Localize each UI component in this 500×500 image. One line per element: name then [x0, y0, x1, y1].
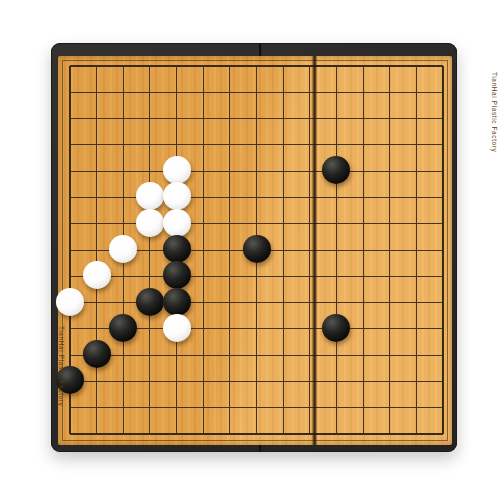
- grid-vline: [442, 66, 444, 434]
- grid-vline: [363, 66, 364, 434]
- black-stone: [322, 314, 350, 342]
- black-stone: [243, 235, 271, 263]
- brand-text-right: TianHai Plastic Factory: [491, 72, 498, 152]
- grid-vline: [416, 66, 417, 434]
- black-stone: [163, 287, 191, 315]
- brand-text-left: TianHai Plastic Factory: [58, 326, 65, 406]
- hinge-seam-top: [259, 43, 262, 56]
- grid-hline: [70, 355, 443, 356]
- white-stone: [136, 209, 164, 237]
- black-stone: [163, 235, 191, 263]
- white-stone: [163, 156, 191, 184]
- go-board-frame: TianHai Plastic Factory TianHai Plastic …: [51, 43, 457, 452]
- white-stone: [163, 314, 191, 342]
- black-stone: [109, 314, 137, 342]
- grid-hline: [70, 433, 443, 435]
- black-stone: [163, 261, 191, 289]
- product-photo: TianHai Plastic Factory TianHai Plastic …: [0, 0, 500, 500]
- white-stone: [163, 209, 191, 237]
- hinge-seam-bottom: [259, 445, 262, 452]
- black-stone: [83, 340, 111, 368]
- board-grid: [70, 66, 443, 434]
- white-stone: [109, 235, 137, 263]
- white-stone: [83, 261, 111, 289]
- grid-vline: [389, 66, 390, 434]
- grid-vline: [336, 66, 337, 434]
- black-stone: [136, 287, 164, 315]
- white-stone: [56, 287, 84, 315]
- grid-vline: [309, 66, 310, 434]
- grid-hline: [70, 276, 443, 277]
- white-stone: [163, 182, 191, 210]
- grid-vline: [283, 66, 284, 434]
- board-surface: TianHai Plastic Factory TianHai Plastic …: [58, 56, 452, 445]
- black-stone: [322, 156, 350, 184]
- grid-hline: [70, 381, 443, 382]
- white-stone: [136, 182, 164, 210]
- grid-hline: [70, 407, 443, 408]
- grid-hline: [70, 302, 443, 303]
